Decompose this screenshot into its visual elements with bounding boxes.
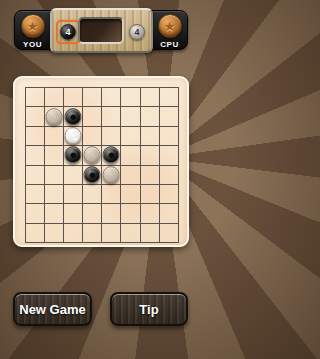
board-cell[interactable] [26,185,45,204]
board-cell[interactable] [121,107,140,126]
board-cell[interactable] [141,185,160,204]
board-cell[interactable] [45,185,64,204]
board: ○●○●○●●○ [13,76,189,247]
board-cell[interactable] [26,166,45,185]
board-cell[interactable] [83,107,102,126]
board-cell[interactable] [26,127,45,146]
board-cell[interactable]: ○ [64,127,83,146]
board-cell[interactable] [64,224,83,243]
board-cell[interactable] [64,88,83,107]
board-cell[interactable]: ● [64,107,83,126]
board-cell[interactable] [160,88,179,107]
board-cell[interactable] [102,107,121,126]
board-cell[interactable] [45,127,64,146]
board-cell[interactable] [45,166,64,185]
board-cell[interactable] [160,166,179,185]
board-cell[interactable] [102,204,121,223]
board-cell[interactable] [64,204,83,223]
white-disc: ○ [84,147,101,164]
white-score-badge: 4 [129,24,145,40]
board-cell[interactable] [26,107,45,126]
black-score-badge: 4 [60,24,76,40]
board-cell[interactable] [26,88,45,107]
board-cell[interactable]: ○ [45,107,64,126]
board-cell[interactable] [141,204,160,223]
board-cell[interactable] [121,185,140,204]
board-cell[interactable] [121,224,140,243]
board-cell[interactable] [160,224,179,243]
board-cell[interactable]: ● [83,166,102,185]
board-cell[interactable] [141,146,160,165]
board-cell[interactable] [26,146,45,165]
board-cell[interactable] [121,88,140,107]
board-cell[interactable] [160,107,179,126]
board-cell[interactable]: ○ [102,166,121,185]
board-cell[interactable] [83,127,102,146]
board-cell[interactable] [160,127,179,146]
you-label: YOU [23,40,42,49]
board-cell[interactable] [64,185,83,204]
board-cell[interactable] [45,224,64,243]
board-cell[interactable] [141,127,160,146]
board-cell[interactable] [45,88,64,107]
white-score-value: 4 [134,27,139,37]
board-cell[interactable]: ● [102,146,121,165]
board-cell[interactable] [141,107,160,126]
tip-button-label: Tip [139,302,158,317]
black-disc: ● [84,166,101,183]
white-disc: ○ [65,127,82,144]
board-cell[interactable] [83,224,102,243]
you-medallion-icon: ★ [21,14,45,38]
board-cell[interactable] [141,88,160,107]
tip-button[interactable]: Tip [110,292,188,326]
star-icon: ★ [27,20,39,33]
black-disc: ● [103,147,120,164]
cpu-label: CPU [160,40,178,49]
message-display [78,17,124,44]
black-disc: ● [65,108,82,125]
board-cell[interactable] [83,185,102,204]
board-cell[interactable] [102,185,121,204]
board-cell[interactable]: ● [64,146,83,165]
board-cell[interactable] [45,204,64,223]
board-cell[interactable] [141,166,160,185]
new-game-button[interactable]: New Game [13,292,92,326]
board-cell[interactable] [83,88,102,107]
board-cell[interactable] [102,88,121,107]
black-score-value: 4 [65,27,70,37]
board-cell[interactable] [160,185,179,204]
board-cell[interactable] [26,204,45,223]
board-grid: ○●○●○●●○ [25,87,179,243]
board-cell[interactable] [83,204,102,223]
star-icon: ★ [164,20,176,33]
white-disc: ○ [103,166,120,183]
board-cell[interactable] [121,166,140,185]
board-cell[interactable] [160,204,179,223]
score-panel: 4 4 [50,8,153,53]
board-cell[interactable] [141,224,160,243]
board-cell[interactable] [121,146,140,165]
board-cell[interactable] [102,127,121,146]
white-disc: ○ [46,108,63,125]
board-cell[interactable] [26,224,45,243]
black-disc: ● [65,147,82,164]
board-cell[interactable] [45,146,64,165]
cpu-medallion-icon: ★ [158,14,182,38]
board-cell[interactable]: ○ [83,146,102,165]
board-cell[interactable] [160,146,179,165]
new-game-button-label: New Game [19,302,85,317]
board-cell[interactable] [121,204,140,223]
board-cell[interactable] [64,166,83,185]
board-cell[interactable] [121,127,140,146]
board-cell[interactable] [102,224,121,243]
reversi-app-screen: { "game": "reversi", "position": "8/1wb5… [0,0,202,359]
